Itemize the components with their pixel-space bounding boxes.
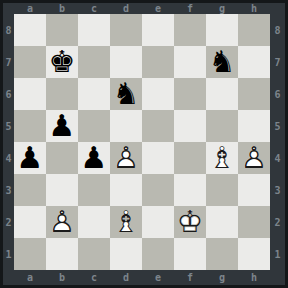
rank-label-6: 6 [3,78,14,110]
square-c1[interactable] [78,238,110,270]
square-a8[interactable] [14,14,46,46]
square-f2[interactable]: ♚♔ [174,206,206,238]
rank-label-7: 7 [270,46,285,78]
square-h3[interactable] [238,174,270,206]
square-d5[interactable] [110,110,142,142]
piece-fill-glyph: ♚ [46,46,78,78]
square-d7[interactable] [110,46,142,78]
square-g7[interactable]: ♞ [206,46,238,78]
square-a5[interactable] [14,110,46,142]
square-b6[interactable] [46,78,78,110]
square-g3[interactable] [206,174,238,206]
rank-label-1: 1 [270,238,285,270]
rank-label-2: 2 [270,206,285,238]
square-g5[interactable] [206,110,238,142]
square-e8[interactable] [142,14,174,46]
square-b4[interactable] [46,142,78,174]
file-labels-top: abcdefgh [14,2,270,14]
piece-outline-glyph: ♗ [110,206,142,238]
piece-outline-glyph: ♙ [238,142,270,174]
square-g4[interactable]: ♝♗ [206,142,238,174]
square-c7[interactable] [78,46,110,78]
square-f4[interactable] [174,142,206,174]
square-a2[interactable] [14,206,46,238]
square-g6[interactable] [206,78,238,110]
square-b1[interactable] [46,238,78,270]
rank-labels-right: 87654321 [270,14,285,270]
square-c2[interactable] [78,206,110,238]
piece-fill-glyph: ♞ [206,46,238,78]
piece-fill-glyph: ♟ [238,142,270,174]
square-b2[interactable]: ♟♙ [46,206,78,238]
square-h5[interactable] [238,110,270,142]
file-label-b: b [46,270,78,285]
square-c6[interactable] [78,78,110,110]
piece-black-pawn[interactable]: ♟ [46,110,78,142]
square-a7[interactable] [14,46,46,78]
piece-fill-glyph: ♟ [46,110,78,142]
square-a6[interactable] [14,78,46,110]
square-a4[interactable]: ♟ [14,142,46,174]
piece-outline-glyph: ♔ [174,206,206,238]
square-c8[interactable] [78,14,110,46]
file-label-f: f [174,2,206,14]
square-h2[interactable] [238,206,270,238]
file-label-h: h [238,270,270,285]
rank-label-4: 4 [270,142,285,174]
rank-label-5: 5 [3,110,14,142]
file-label-a: a [14,270,46,285]
rank-label-6: 6 [270,78,285,110]
file-label-e: e [142,270,174,285]
square-h7[interactable] [238,46,270,78]
square-e6[interactable] [142,78,174,110]
file-label-g: g [206,270,238,285]
file-labels-bottom: abcdefgh [14,270,270,285]
square-f8[interactable] [174,14,206,46]
file-label-e: e [142,2,174,14]
square-d4[interactable]: ♟♙ [110,142,142,174]
square-d2[interactable]: ♝♗ [110,206,142,238]
file-label-h: h [238,2,270,14]
piece-white-pawn[interactable]: ♟♙ [110,142,142,174]
piece-white-bishop[interactable]: ♝♗ [110,206,142,238]
piece-white-king[interactable]: ♚♔ [174,206,206,238]
rank-label-3: 3 [270,174,285,206]
piece-fill-glyph: ♟ [78,142,110,174]
square-f5[interactable] [174,110,206,142]
piece-black-pawn[interactable]: ♟ [14,142,46,174]
chessboard-window: abcdefgh abcdefgh 87654321 87654321 ♚♞♞♟… [0,0,288,288]
rank-labels-left: 87654321 [3,14,14,270]
square-e5[interactable] [142,110,174,142]
piece-white-pawn[interactable]: ♟♙ [46,206,78,238]
rank-label-2: 2 [3,206,14,238]
square-e7[interactable] [142,46,174,78]
file-label-d: d [110,2,142,14]
square-d1[interactable] [110,238,142,270]
square-a1[interactable] [14,238,46,270]
board: ♚♞♞♟♟♟♟♙♝♗♟♙♟♙♝♗♚♔ [14,14,270,270]
piece-fill-glyph: ♚ [174,206,206,238]
piece-fill-glyph: ♟ [46,206,78,238]
piece-fill-glyph: ♝ [110,206,142,238]
piece-fill-glyph: ♞ [110,78,142,110]
square-a3[interactable] [14,174,46,206]
square-h8[interactable] [238,14,270,46]
piece-fill-glyph: ♟ [110,142,142,174]
square-h6[interactable] [238,78,270,110]
square-e4[interactable] [142,142,174,174]
square-f3[interactable] [174,174,206,206]
square-d3[interactable] [110,174,142,206]
rank-label-7: 7 [3,46,14,78]
square-b5[interactable]: ♟ [46,110,78,142]
square-e2[interactable] [142,206,174,238]
piece-outline-glyph: ♗ [206,142,238,174]
square-f1[interactable] [174,238,206,270]
square-g8[interactable] [206,14,238,46]
square-c3[interactable] [78,174,110,206]
square-b8[interactable] [46,14,78,46]
piece-black-pawn[interactable]: ♟ [78,142,110,174]
square-c5[interactable] [78,110,110,142]
piece-white-pawn[interactable]: ♟♙ [238,142,270,174]
square-h4[interactable]: ♟♙ [238,142,270,174]
square-b7[interactable]: ♚ [46,46,78,78]
square-c4[interactable]: ♟ [78,142,110,174]
rank-label-8: 8 [270,14,285,46]
file-label-g: g [206,2,238,14]
file-label-f: f [174,270,206,285]
piece-black-knight[interactable]: ♞ [110,78,142,110]
rank-label-1: 1 [3,238,14,270]
square-h1[interactable] [238,238,270,270]
square-f6[interactable] [174,78,206,110]
square-g1[interactable] [206,238,238,270]
file-label-d: d [110,270,142,285]
square-d6[interactable]: ♞ [110,78,142,110]
piece-fill-glyph: ♟ [14,142,46,174]
rank-label-4: 4 [3,142,14,174]
file-label-c: c [78,270,110,285]
piece-fill-glyph: ♝ [206,142,238,174]
piece-outline-glyph: ♙ [46,206,78,238]
square-d8[interactable] [110,14,142,46]
rank-label-8: 8 [3,14,14,46]
piece-outline-glyph: ♙ [110,142,142,174]
piece-black-king[interactable]: ♚ [46,46,78,78]
piece-white-bishop[interactable]: ♝♗ [206,142,238,174]
file-label-c: c [78,2,110,14]
piece-black-knight[interactable]: ♞ [206,46,238,78]
square-e3[interactable] [142,174,174,206]
rank-label-5: 5 [270,110,285,142]
square-e1[interactable] [142,238,174,270]
file-label-a: a [14,2,46,14]
square-f7[interactable] [174,46,206,78]
file-label-b: b [46,2,78,14]
square-g2[interactable] [206,206,238,238]
rank-label-3: 3 [3,174,14,206]
square-b3[interactable] [46,174,78,206]
